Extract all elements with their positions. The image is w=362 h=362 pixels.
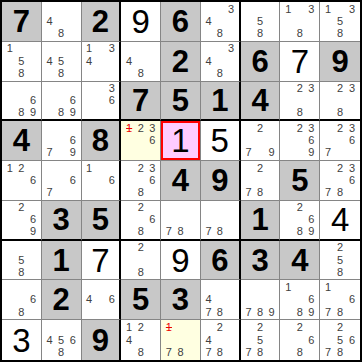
cell-r5c6[interactable]: 9 bbox=[201, 161, 241, 201]
candidate: 6 bbox=[27, 94, 39, 106]
cell-r1c4[interactable]: 9 bbox=[121, 2, 161, 42]
candidate: 2 bbox=[135, 162, 147, 174]
cell-r6c7[interactable]: 1 bbox=[241, 201, 281, 241]
cell-r9c3[interactable]: 9 bbox=[82, 320, 122, 360]
cell-r9c5[interactable]: 178 bbox=[161, 320, 201, 360]
cell-r7c9[interactable]: 258 bbox=[320, 241, 360, 281]
candidate: 7 bbox=[203, 346, 214, 359]
candidate: 6 bbox=[106, 294, 117, 306]
entered-digit: 3 bbox=[12, 324, 30, 357]
cell-r3c6[interactable]: 1 bbox=[201, 82, 241, 122]
entered-digit: 9 bbox=[132, 5, 150, 38]
pencil-marks: 238 bbox=[320, 82, 360, 120]
candidate: 8 bbox=[135, 346, 147, 359]
candidate: 2 bbox=[294, 202, 306, 214]
candidate: 4 bbox=[123, 334, 135, 347]
candidate: 6 bbox=[27, 214, 39, 226]
cell-r9c6[interactable]: 2478 bbox=[201, 320, 241, 360]
candidate: 8 bbox=[334, 106, 346, 118]
candidate: 9 bbox=[27, 226, 39, 238]
candidate: 6 bbox=[27, 294, 39, 306]
pencil-marks: 258 bbox=[320, 241, 360, 280]
candidate: 3 bbox=[225, 43, 236, 55]
cell-r9c7[interactable]: 2578 bbox=[241, 320, 281, 360]
entered-digit: 7 bbox=[91, 244, 109, 277]
candidate: 6 bbox=[147, 135, 159, 147]
candidate: 9 bbox=[266, 306, 278, 318]
candidate: 2 bbox=[135, 321, 147, 334]
cell-r9c1[interactable]: 3 bbox=[2, 320, 42, 360]
candidate: 1 bbox=[282, 281, 294, 293]
cell-r3c1[interactable]: 689 bbox=[2, 82, 42, 122]
candidate: 2 bbox=[254, 122, 266, 134]
candidate: 4 bbox=[44, 15, 56, 27]
given-digit: 5 bbox=[92, 204, 109, 235]
candidate: 8 bbox=[135, 266, 147, 278]
candidate: 3 bbox=[346, 3, 358, 15]
pencil-marks: 679 bbox=[42, 121, 81, 160]
pencil-marks: 46 bbox=[82, 280, 120, 319]
candidate: 4 bbox=[44, 55, 56, 67]
cell-r6c6[interactable]: 78 bbox=[201, 201, 241, 241]
candidate: 6 bbox=[67, 174, 79, 186]
given-digit: 4 bbox=[172, 165, 189, 196]
given-digit: 7 bbox=[13, 6, 30, 37]
pencil-marks: 1236 bbox=[121, 121, 160, 160]
candidate: 1 bbox=[282, 3, 294, 15]
given-digit: 7 bbox=[132, 85, 149, 116]
pencil-marks: 1358 bbox=[320, 2, 360, 41]
candidate: 2 bbox=[334, 242, 346, 254]
cell-r6c5[interactable]: 78 bbox=[161, 201, 201, 241]
cell-r3c7[interactable]: 4 bbox=[241, 82, 281, 122]
given-digit: 9 bbox=[92, 325, 109, 356]
candidate: 4 bbox=[84, 55, 95, 67]
candidate: 3 bbox=[346, 83, 358, 95]
candidate: 4 bbox=[84, 294, 95, 306]
candidate: 7 bbox=[243, 306, 255, 318]
candidate: 8 bbox=[254, 346, 266, 359]
candidate: 6 bbox=[306, 334, 318, 347]
cell-r4c9[interactable]: 2367 bbox=[320, 121, 360, 161]
candidate: 5 bbox=[254, 334, 266, 347]
candidate: 7 bbox=[243, 147, 255, 159]
pencil-marks: 67 bbox=[42, 161, 81, 200]
candidate: 2 bbox=[16, 202, 28, 214]
candidate: 2 bbox=[135, 122, 147, 134]
cell-r3c9[interactable]: 238 bbox=[320, 82, 360, 122]
cell-r3c4[interactable]: 7 bbox=[121, 82, 161, 122]
pencil-marks: 58 bbox=[2, 241, 41, 280]
pencil-marks: 1248 bbox=[121, 320, 160, 360]
candidate: 9 bbox=[306, 306, 318, 318]
candidate: 6 bbox=[306, 214, 318, 226]
candidate: 1 bbox=[322, 3, 334, 15]
cell-r1c3[interactable]: 2 bbox=[82, 2, 122, 42]
cell-r2c1[interactable]: 158 bbox=[2, 42, 42, 82]
candidate: 7 bbox=[163, 346, 175, 359]
pencil-marks: 2689 bbox=[280, 201, 319, 239]
candidate: 8 bbox=[294, 226, 306, 238]
cell-r3c2[interactable]: 689 bbox=[42, 82, 82, 122]
cell-r4c8[interactable]: 2369 bbox=[280, 121, 320, 161]
cell-r8c5[interactable]: 3 bbox=[161, 280, 201, 320]
candidate: 6 bbox=[306, 135, 318, 147]
cell-r7c5[interactable]: 9 bbox=[161, 241, 201, 281]
candidate: 6 bbox=[67, 135, 79, 147]
candidate: 7 bbox=[243, 187, 255, 199]
candidate: 6 bbox=[346, 334, 358, 347]
candidate: 5 bbox=[16, 55, 28, 67]
cell-r1c9[interactable]: 1358 bbox=[320, 2, 360, 42]
candidate: 8 bbox=[55, 28, 67, 40]
given-digit: 8 bbox=[92, 125, 109, 156]
candidate: 8 bbox=[214, 28, 225, 40]
pencil-marks: 23678 bbox=[320, 161, 360, 200]
given-digit: 6 bbox=[172, 6, 189, 37]
candidate: 1 bbox=[4, 162, 16, 174]
pencil-marks: 1678 bbox=[320, 280, 360, 319]
candidate: 2 bbox=[214, 321, 225, 334]
candidate: 7 bbox=[44, 187, 56, 199]
pencil-marks: 689 bbox=[2, 82, 41, 120]
pencil-marks: 178 bbox=[161, 320, 200, 360]
pencil-marks: 268 bbox=[280, 320, 319, 360]
cell-r3c8[interactable]: 238 bbox=[280, 82, 320, 122]
cell-r2c7[interactable]: 6 bbox=[241, 42, 281, 82]
given-digit: 2 bbox=[172, 46, 189, 77]
pencil-marks: 348 bbox=[201, 2, 239, 41]
candidate: 5 bbox=[254, 15, 266, 27]
pencil-marks: 348 bbox=[201, 42, 239, 81]
candidate: 8 bbox=[294, 28, 306, 40]
cell-r6c8[interactable]: 2689 bbox=[280, 201, 320, 241]
cell-r4c3[interactable]: 8 bbox=[82, 121, 122, 161]
given-digit: 5 bbox=[291, 165, 308, 196]
candidate: 8 bbox=[214, 67, 225, 79]
candidate: 7 bbox=[243, 346, 255, 359]
pencil-marks: 269 bbox=[2, 201, 41, 239]
given-digit: 3 bbox=[53, 204, 70, 235]
pencil-marks: 4568 bbox=[42, 320, 81, 360]
given-digit: 4 bbox=[291, 245, 308, 276]
candidate: 7 bbox=[203, 226, 214, 238]
candidate: 3 bbox=[306, 122, 318, 134]
candidate: 5 bbox=[334, 254, 346, 266]
candidate: 9 bbox=[67, 147, 79, 159]
candidate: 3 bbox=[306, 3, 318, 15]
pencil-marks: 138 bbox=[280, 2, 319, 41]
cell-r1c8[interactable]: 138 bbox=[280, 2, 320, 42]
cell-r8c7[interactable]: 789 bbox=[241, 280, 281, 320]
cell-r9c2[interactable]: 4568 bbox=[42, 320, 82, 360]
cell-r3c3[interactable]: 36 bbox=[82, 82, 122, 122]
candidate: 8 bbox=[55, 67, 67, 79]
candidate: 8 bbox=[254, 187, 266, 199]
candidate: 5 bbox=[16, 254, 28, 266]
candidate: 8 bbox=[294, 306, 306, 318]
cell-r6c9[interactable]: 4 bbox=[320, 201, 360, 241]
candidate: 8 bbox=[16, 266, 28, 278]
cell-r7c7[interactable]: 3 bbox=[241, 241, 281, 281]
pencil-marks: 268 bbox=[121, 201, 160, 239]
cell-r1c2[interactable]: 48 bbox=[42, 2, 82, 42]
given-digit: 4 bbox=[13, 125, 30, 156]
pencil-marks: 28 bbox=[121, 241, 160, 280]
entered-digit: 9 bbox=[171, 244, 189, 277]
candidate: 4 bbox=[203, 15, 214, 27]
pencil-marks: 58 bbox=[241, 2, 280, 41]
cell-r8c1[interactable]: 68 bbox=[2, 280, 42, 320]
candidate: 6 bbox=[106, 94, 117, 106]
pencil-marks: 48 bbox=[121, 42, 160, 81]
cell-r2c5[interactable]: 2 bbox=[161, 42, 201, 82]
candidate: 3 bbox=[147, 162, 159, 174]
pencil-marks: 2578 bbox=[241, 320, 280, 360]
given-digit: 6 bbox=[211, 245, 228, 276]
pencil-marks: 25678 bbox=[320, 320, 360, 360]
candidate: 6 bbox=[346, 135, 358, 147]
candidate: 2 bbox=[16, 162, 28, 174]
cell-r5c5[interactable]: 4 bbox=[161, 161, 201, 201]
candidate: 6 bbox=[306, 294, 318, 306]
cell-r2c8[interactable]: 7 bbox=[280, 42, 320, 82]
candidate: 4 bbox=[123, 55, 135, 67]
given-digit: 6 bbox=[251, 46, 268, 77]
pencil-marks: 2367 bbox=[320, 121, 360, 160]
candidate: 1 bbox=[4, 43, 16, 55]
candidate: 6 bbox=[67, 334, 79, 347]
candidate: 1 bbox=[84, 162, 95, 174]
candidate: 8 bbox=[334, 346, 346, 359]
candidate: 5 bbox=[55, 55, 67, 67]
candidate: 1 bbox=[123, 321, 135, 334]
cell-r4c1[interactable]: 4 bbox=[2, 121, 42, 161]
candidate: 8 bbox=[254, 28, 266, 40]
pencil-marks: 2369 bbox=[280, 121, 319, 160]
candidate: 3 bbox=[225, 3, 236, 15]
cell-r6c1[interactable]: 269 bbox=[2, 201, 42, 241]
cell-r8c8[interactable]: 1689 bbox=[280, 280, 320, 320]
cell-r4c7[interactable]: 279 bbox=[241, 121, 281, 161]
candidate: 8 bbox=[334, 306, 346, 318]
candidate: 8 bbox=[294, 346, 306, 359]
candidate: 7 bbox=[322, 147, 334, 159]
candidate: 7 bbox=[322, 187, 334, 199]
cell-r4c2[interactable]: 679 bbox=[42, 121, 82, 161]
cell-r9c4[interactable]: 1248 bbox=[121, 320, 161, 360]
cell-r4c5[interactable]: 1 bbox=[161, 121, 201, 161]
cell-r5c2[interactable]: 67 bbox=[42, 161, 82, 201]
entered-digit: 5 bbox=[211, 124, 229, 157]
candidate: 2 bbox=[334, 321, 346, 334]
candidate: 8 bbox=[334, 266, 346, 278]
pencil-marks: 158 bbox=[2, 42, 41, 81]
candidate: 8 bbox=[214, 306, 225, 318]
cell-r6c2[interactable]: 3 bbox=[42, 201, 82, 241]
sudoku-board: 7482963485813813581584581344823486796896… bbox=[0, 0, 362, 362]
cell-r4c4[interactable]: 1236 bbox=[121, 121, 161, 161]
candidate: 8 bbox=[214, 226, 225, 238]
cell-r8c4[interactable]: 5 bbox=[121, 280, 161, 320]
pencil-marks: 278 bbox=[241, 161, 280, 200]
pencil-marks: 126 bbox=[2, 161, 41, 200]
candidate: 8 bbox=[55, 106, 67, 118]
pencil-marks: 48 bbox=[42, 2, 81, 41]
candidate: 4 bbox=[203, 334, 214, 347]
cell-r5c3[interactable]: 16 bbox=[82, 161, 122, 201]
cell-r7c6[interactable]: 6 bbox=[201, 241, 241, 281]
pencil-marks: 689 bbox=[42, 82, 81, 120]
candidate: 4 bbox=[44, 334, 56, 347]
cell-r8c6[interactable]: 478 bbox=[201, 280, 241, 320]
candidate: 8 bbox=[214, 346, 225, 359]
cell-r8c3[interactable]: 46 bbox=[82, 280, 122, 320]
pencil-marks: 789 bbox=[241, 280, 280, 319]
candidate: 8 bbox=[135, 226, 147, 238]
eliminated-candidate: 1 bbox=[123, 122, 135, 134]
candidate: 7 bbox=[203, 306, 214, 318]
pencil-marks: 279 bbox=[241, 121, 280, 160]
cell-r1c1[interactable]: 7 bbox=[2, 2, 42, 42]
candidate: 6 bbox=[346, 174, 358, 186]
candidate: 2 bbox=[334, 83, 346, 95]
cell-r5c8[interactable]: 5 bbox=[280, 161, 320, 201]
cell-r2c6[interactable]: 348 bbox=[201, 42, 241, 82]
candidate: 8 bbox=[16, 306, 28, 318]
pencil-marks: 238 bbox=[280, 82, 319, 120]
candidate: 7 bbox=[322, 306, 334, 318]
candidate: 8 bbox=[135, 187, 147, 199]
cell-r1c6[interactable]: 348 bbox=[201, 2, 241, 42]
candidate: 7 bbox=[163, 226, 175, 238]
candidate: 3 bbox=[306, 83, 318, 95]
candidate: 2 bbox=[294, 122, 306, 134]
candidate: 6 bbox=[346, 294, 358, 306]
pencil-marks: 2368 bbox=[121, 161, 160, 200]
given-digit: 3 bbox=[251, 245, 268, 276]
cell-r7c4[interactable]: 28 bbox=[121, 241, 161, 281]
entered-digit: 4 bbox=[331, 203, 349, 236]
cell-r2c4[interactable]: 48 bbox=[121, 42, 161, 82]
candidate: 4 bbox=[203, 294, 214, 306]
candidate: 8 bbox=[16, 106, 28, 118]
given-digit: 5 bbox=[172, 85, 189, 116]
cell-r7c2[interactable]: 1 bbox=[42, 241, 82, 281]
candidate: 3 bbox=[106, 83, 117, 95]
cell-r9c8[interactable]: 268 bbox=[280, 320, 320, 360]
cell-r8c9[interactable]: 1678 bbox=[320, 280, 360, 320]
cell-r5c7[interactable]: 278 bbox=[241, 161, 281, 201]
candidate: 2 bbox=[334, 162, 346, 174]
candidate: 9 bbox=[67, 106, 79, 118]
pencil-marks: 36 bbox=[82, 82, 120, 120]
given-digit: 2 bbox=[53, 284, 70, 315]
eliminated-candidate: 1 bbox=[163, 321, 175, 334]
given-digit: 1 bbox=[211, 85, 228, 116]
candidate: 8 bbox=[334, 187, 346, 199]
cell-r5c1[interactable]: 126 bbox=[2, 161, 42, 201]
candidate: 2 bbox=[135, 242, 147, 254]
candidate: 5 bbox=[334, 15, 346, 27]
cell-r8c2[interactable]: 2 bbox=[42, 280, 82, 320]
cell-r6c4[interactable]: 268 bbox=[121, 201, 161, 241]
given-digit: 9 bbox=[211, 165, 228, 196]
candidate: 5 bbox=[334, 334, 346, 347]
pencil-marks: 134 bbox=[82, 42, 120, 81]
candidate: 2 bbox=[135, 202, 147, 214]
candidate: 9 bbox=[306, 226, 318, 238]
cell-r2c9[interactable]: 9 bbox=[320, 42, 360, 82]
cell-r4c6[interactable]: 5 bbox=[201, 121, 241, 161]
candidate: 1 bbox=[322, 281, 334, 293]
cell-r2c3[interactable]: 134 bbox=[82, 42, 122, 82]
entered-digit: 1 bbox=[171, 124, 189, 157]
candidate: 3 bbox=[346, 162, 358, 174]
pencil-marks: 16 bbox=[82, 161, 120, 200]
candidate: 6 bbox=[27, 174, 39, 186]
candidate: 2 bbox=[334, 122, 346, 134]
candidate: 8 bbox=[55, 346, 67, 359]
cell-r6c3[interactable]: 5 bbox=[82, 201, 122, 241]
given-digit: 1 bbox=[251, 204, 268, 235]
candidate: 4 bbox=[203, 55, 214, 67]
candidate: 9 bbox=[266, 147, 278, 159]
candidate: 8 bbox=[334, 28, 346, 40]
given-digit: 4 bbox=[251, 85, 268, 116]
given-digit: 3 bbox=[172, 284, 189, 315]
candidate: 9 bbox=[27, 106, 39, 118]
pencil-marks: 2478 bbox=[201, 320, 239, 360]
pencil-marks: 78 bbox=[161, 201, 200, 239]
candidate: 5 bbox=[55, 334, 67, 347]
candidate: 8 bbox=[254, 306, 266, 318]
cell-r7c3[interactable]: 7 bbox=[82, 241, 122, 281]
candidate: 6 bbox=[147, 214, 159, 226]
given-digit: 1 bbox=[53, 245, 70, 276]
pencil-marks: 68 bbox=[2, 280, 41, 319]
candidate: 2 bbox=[294, 83, 306, 95]
pencil-marks: 78 bbox=[201, 201, 239, 239]
candidate: 6 bbox=[106, 174, 117, 186]
entered-digit: 7 bbox=[291, 45, 309, 78]
cell-r9c9[interactable]: 25678 bbox=[320, 320, 360, 360]
cell-r7c1[interactable]: 58 bbox=[2, 241, 42, 281]
candidate: 7 bbox=[44, 147, 56, 159]
cell-r1c5[interactable]: 6 bbox=[161, 2, 201, 42]
candidate: 1 bbox=[84, 43, 95, 55]
candidate: 2 bbox=[294, 321, 306, 334]
pencil-marks: 1689 bbox=[280, 280, 319, 319]
cell-r5c9[interactable]: 23678 bbox=[320, 161, 360, 201]
cell-r3c5[interactable]: 5 bbox=[161, 82, 201, 122]
candidate: 3 bbox=[346, 122, 358, 134]
cell-r1c7[interactable]: 58 bbox=[241, 2, 281, 42]
cell-r5c4[interactable]: 2368 bbox=[121, 161, 161, 201]
candidate: 8 bbox=[175, 226, 187, 238]
candidate: 3 bbox=[106, 43, 117, 55]
candidate: 6 bbox=[67, 94, 79, 106]
candidate: 2 bbox=[254, 321, 266, 334]
candidate: 8 bbox=[294, 106, 306, 118]
candidate: 7 bbox=[322, 346, 334, 359]
cell-r7c8[interactable]: 4 bbox=[280, 241, 320, 281]
candidate: 8 bbox=[135, 67, 147, 79]
candidate: 8 bbox=[175, 346, 187, 359]
pencil-marks: 478 bbox=[201, 280, 239, 319]
candidate: 2 bbox=[254, 162, 266, 174]
cell-r2c2[interactable]: 458 bbox=[42, 42, 82, 82]
